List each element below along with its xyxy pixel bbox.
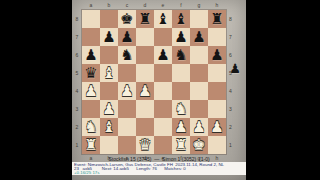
square-h4 <box>208 82 226 100</box>
square-a7 <box>82 28 100 46</box>
square-g7: ♟ <box>190 28 208 46</box>
chess-board: ♚♜♝♝♜♟♟♟♟♟♞♟♞♟♛♝♟♟♟♟♞♞♝♟♟♟♜♛♜♚ <box>82 10 226 154</box>
square-g5 <box>190 64 208 82</box>
rank-label-4: 4 <box>227 82 234 100</box>
rank-label-1: 1 <box>73 136 81 154</box>
rank-label-7: 7 <box>227 28 234 46</box>
square-a4: ♟ <box>82 82 100 100</box>
square-g2: ♟ <box>190 118 208 136</box>
file-label-d: d <box>136 2 154 8</box>
square-h3 <box>208 100 226 118</box>
black-bishop: ♝ <box>172 10 190 28</box>
square-a1: ♜ <box>82 136 100 154</box>
square-f4 <box>172 82 190 100</box>
square-d5 <box>136 64 154 82</box>
rank-label-7: 7 <box>73 28 81 46</box>
rank-labels-left: 87654321 <box>73 10 81 154</box>
white-pawn: ♟ <box>136 82 154 100</box>
square-e8: ♝ <box>154 10 172 28</box>
square-h8: ♜ <box>208 10 226 28</box>
white-pawn: ♟ <box>118 82 136 100</box>
square-c2 <box>118 118 136 136</box>
black-pawn: ♟ <box>118 28 136 46</box>
square-b3: ♟ <box>100 100 118 118</box>
white-pawn: ♟ <box>208 118 226 136</box>
game-info-box: Event: Nimzovich-Larsen, Gus Defense, Ca… <box>72 162 246 175</box>
square-a2: ♞ <box>82 118 100 136</box>
square-g6 <box>190 46 208 64</box>
square-d7 <box>136 28 154 46</box>
file-label-c: c <box>118 2 136 8</box>
square-e4 <box>154 82 172 100</box>
black-king: ♚ <box>118 10 136 28</box>
file-labels-top: abcdefgh <box>82 2 226 8</box>
file-label-e: e <box>154 2 172 8</box>
square-e7 <box>154 28 172 46</box>
rank-label-6: 6 <box>73 46 81 64</box>
square-e6: ♟ <box>154 46 172 64</box>
square-a5: ♛ <box>82 64 100 82</box>
square-e3 <box>154 100 172 118</box>
black-rook: ♜ <box>136 10 154 28</box>
white-queen: ♛ <box>136 136 154 154</box>
square-h2: ♟ <box>208 118 226 136</box>
file-label-b: b <box>100 2 118 8</box>
engine-eval-line: +0.16/25 17s <box>72 171 246 175</box>
square-d6 <box>136 46 154 64</box>
rank-labels-right: 87654321 <box>227 10 234 154</box>
square-h1 <box>208 136 226 154</box>
white-knight: ♞ <box>82 118 100 136</box>
rank-label-3: 3 <box>73 100 81 118</box>
black-pawn: ♟ <box>154 46 172 64</box>
square-e2 <box>154 118 172 136</box>
rank-label-1: 1 <box>227 136 234 154</box>
black-pawn: ♟ <box>82 46 100 64</box>
square-g8 <box>190 10 208 28</box>
rank-label-3: 3 <box>227 100 234 118</box>
square-c6: ♞ <box>118 46 136 64</box>
square-b1 <box>100 136 118 154</box>
square-c1 <box>118 136 136 154</box>
square-d4: ♟ <box>136 82 154 100</box>
white-bishop: ♝ <box>100 118 118 136</box>
rank-label-5: 5 <box>73 64 81 82</box>
rank-label-8: 8 <box>227 10 234 28</box>
square-c3 <box>118 100 136 118</box>
rank-label-2: 2 <box>73 118 81 136</box>
rank-label-2: 2 <box>227 118 234 136</box>
white-pawn: ♟ <box>100 100 118 118</box>
square-a3 <box>82 100 100 118</box>
square-g3 <box>190 100 208 118</box>
black-knight: ♞ <box>118 46 136 64</box>
white-pawn: ♟ <box>190 118 208 136</box>
square-g1: ♚ <box>190 136 208 154</box>
rank-label-4: 4 <box>73 82 81 100</box>
square-d8: ♜ <box>136 10 154 28</box>
square-g4 <box>190 82 208 100</box>
square-d1: ♛ <box>136 136 154 154</box>
white-pawn: ♟ <box>82 82 100 100</box>
white-bishop: ♝ <box>100 64 118 82</box>
square-c7: ♟ <box>118 28 136 46</box>
square-c5 <box>118 64 136 82</box>
square-e5 <box>154 64 172 82</box>
white-king: ♚ <box>190 136 208 154</box>
file-label-a: a <box>82 2 100 8</box>
square-a8 <box>82 10 100 28</box>
square-d2 <box>136 118 154 136</box>
chess-viewer-panel: abcdefgh abcdefgh 87654321 87654321 ♚♜♝♝… <box>72 0 246 180</box>
square-b8 <box>100 10 118 28</box>
square-c4: ♟ <box>118 82 136 100</box>
rank-label-8: 8 <box>73 10 81 28</box>
square-f2: ♟ <box>172 118 190 136</box>
file-label-h: h <box>208 2 226 8</box>
square-f8: ♝ <box>172 10 190 28</box>
black-knight: ♞ <box>172 46 190 64</box>
square-f5 <box>172 64 190 82</box>
square-h7 <box>208 28 226 46</box>
video-frame: abcdefgh abcdefgh 87654321 87654321 ♚♜♝♝… <box>0 0 320 180</box>
side-to-move-marker: ♟ <box>224 62 246 76</box>
black-pawn-icon: ♟ <box>229 61 241 76</box>
square-f3: ♞ <box>172 100 190 118</box>
file-label-g: g <box>190 2 208 8</box>
black-queen: ♛ <box>82 64 100 82</box>
black-pawn: ♟ <box>190 28 208 46</box>
square-a6: ♟ <box>82 46 100 64</box>
square-c8: ♚ <box>118 10 136 28</box>
black-bishop: ♝ <box>154 10 172 28</box>
white-rook: ♜ <box>82 136 100 154</box>
square-f6: ♞ <box>172 46 190 64</box>
square-f7: ♟ <box>172 28 190 46</box>
square-b4 <box>100 82 118 100</box>
square-b7: ♟ <box>100 28 118 46</box>
file-label-f: f <box>172 2 190 8</box>
black-rook: ♜ <box>208 10 226 28</box>
white-knight: ♞ <box>172 100 190 118</box>
black-pawn: ♟ <box>100 28 118 46</box>
white-rook: ♜ <box>172 136 190 154</box>
square-b2: ♝ <box>100 118 118 136</box>
square-b6 <box>100 46 118 64</box>
black-pawn: ♟ <box>172 28 190 46</box>
square-b5: ♝ <box>100 64 118 82</box>
square-f1: ♜ <box>172 136 190 154</box>
white-pawn: ♟ <box>172 118 190 136</box>
square-e1 <box>154 136 172 154</box>
square-d3 <box>136 100 154 118</box>
